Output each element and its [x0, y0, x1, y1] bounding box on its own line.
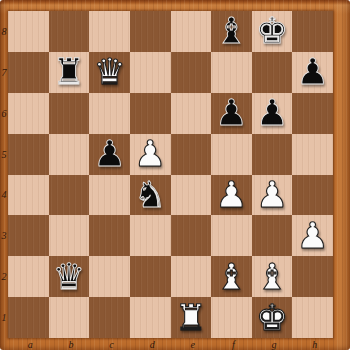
square-f6[interactable]: ♟ [211, 93, 252, 134]
square-f8[interactable]: ♝ [211, 11, 252, 52]
square-h6[interactable] [292, 93, 333, 134]
square-f7[interactable] [211, 52, 252, 93]
square-b3[interactable] [49, 215, 90, 256]
square-g7[interactable] [252, 52, 293, 93]
piece-black-pawn-c5[interactable]: ♟ [93, 136, 125, 172]
square-a2[interactable] [8, 256, 49, 297]
piece-black-pawn-h7[interactable]: ♟ [297, 54, 329, 90]
piece-black-pawn-g6[interactable]: ♟ [256, 95, 288, 131]
square-f2[interactable]: ♝ [211, 256, 252, 297]
piece-white-bishop-g2[interactable]: ♝ [256, 259, 288, 295]
square-c4[interactable] [89, 175, 130, 216]
square-h1[interactable] [292, 297, 333, 338]
square-e6[interactable] [171, 93, 212, 134]
square-c1[interactable] [89, 297, 130, 338]
square-e2[interactable] [171, 256, 212, 297]
piece-black-rook-b7[interactable]: ♜ [53, 54, 85, 90]
rank-label-6: 6 [0, 93, 8, 134]
square-b4[interactable] [49, 175, 90, 216]
square-b8[interactable] [49, 11, 90, 52]
square-g6[interactable]: ♟ [252, 93, 293, 134]
file-label-e: e [173, 338, 214, 350]
square-a1[interactable] [8, 297, 49, 338]
square-b6[interactable] [49, 93, 90, 134]
square-e7[interactable] [171, 52, 212, 93]
file-label-g: g [254, 338, 295, 350]
piece-white-rook-e1[interactable]: ♜ [175, 300, 207, 336]
square-f4[interactable]: ♟ [211, 175, 252, 216]
file-label-c: c [91, 338, 132, 350]
square-c8[interactable] [89, 11, 130, 52]
rank-label-3: 3 [0, 215, 8, 256]
file-label-d: d [132, 338, 173, 350]
square-g8[interactable]: ♚ [252, 11, 293, 52]
square-d1[interactable] [130, 297, 171, 338]
rank-label-7: 7 [0, 52, 8, 93]
square-h2[interactable] [292, 256, 333, 297]
square-c3[interactable] [89, 215, 130, 256]
square-h3[interactable]: ♟ [292, 215, 333, 256]
square-a8[interactable] [8, 11, 49, 52]
square-f3[interactable] [211, 215, 252, 256]
square-e8[interactable] [171, 11, 212, 52]
square-c6[interactable] [89, 93, 130, 134]
file-label-b: b [51, 338, 92, 350]
square-b7[interactable]: ♜ [49, 52, 90, 93]
square-b2[interactable]: ♛ [49, 256, 90, 297]
square-d7[interactable] [130, 52, 171, 93]
square-d6[interactable] [130, 93, 171, 134]
square-a7[interactable] [8, 52, 49, 93]
square-a6[interactable] [8, 93, 49, 134]
square-a3[interactable] [8, 215, 49, 256]
square-f1[interactable] [211, 297, 252, 338]
file-label-f: f [213, 338, 254, 350]
piece-white-pawn-f4[interactable]: ♟ [215, 177, 247, 213]
square-d5[interactable]: ♟ [130, 134, 171, 175]
square-c2[interactable] [89, 256, 130, 297]
square-e1[interactable]: ♜ [171, 297, 212, 338]
piece-white-king-g1[interactable]: ♚ [256, 300, 288, 336]
square-b5[interactable] [49, 134, 90, 175]
square-g1[interactable]: ♚ [252, 297, 293, 338]
piece-black-pawn-f6[interactable]: ♟ [215, 95, 247, 131]
square-h4[interactable] [292, 175, 333, 216]
piece-white-bishop-f2[interactable]: ♝ [215, 259, 247, 295]
piece-white-pawn-h3[interactable]: ♟ [297, 218, 329, 254]
square-h8[interactable] [292, 11, 333, 52]
square-e4[interactable] [171, 175, 212, 216]
square-g5[interactable] [252, 134, 293, 175]
piece-black-king-g8[interactable]: ♚ [256, 13, 288, 49]
square-g4[interactable]: ♟ [252, 175, 293, 216]
rank-label-5: 5 [0, 134, 8, 175]
square-a5[interactable] [8, 134, 49, 175]
chess-app-window: ♝♚♜♛♟♟♟♟♟♞♟♟♟♛♝♝♜♚ 87654321 abcdefgh [0, 0, 350, 350]
square-h5[interactable] [292, 134, 333, 175]
square-g2[interactable]: ♝ [252, 256, 293, 297]
chess-board: ♝♚♜♛♟♟♟♟♟♞♟♟♟♛♝♝♜♚ [8, 11, 333, 338]
piece-white-queen-c7[interactable]: ♛ [93, 54, 125, 90]
square-d8[interactable] [130, 11, 171, 52]
piece-black-knight-d4[interactable]: ♞ [134, 177, 166, 213]
rank-label-1: 1 [0, 297, 8, 338]
square-g3[interactable] [252, 215, 293, 256]
square-d3[interactable] [130, 215, 171, 256]
square-h7[interactable]: ♟ [292, 52, 333, 93]
file-label-h: h [294, 338, 335, 350]
square-e3[interactable] [171, 215, 212, 256]
square-c5[interactable]: ♟ [89, 134, 130, 175]
rank-label-8: 8 [0, 11, 8, 52]
piece-black-bishop-f8[interactable]: ♝ [215, 13, 247, 49]
piece-white-pawn-g4[interactable]: ♟ [256, 177, 288, 213]
square-c7[interactable]: ♛ [89, 52, 130, 93]
piece-white-pawn-d5[interactable]: ♟ [134, 136, 166, 172]
rank-label-2: 2 [0, 256, 8, 297]
square-d4[interactable]: ♞ [130, 175, 171, 216]
square-d2[interactable] [130, 256, 171, 297]
piece-black-queen-b2[interactable]: ♛ [53, 259, 85, 295]
square-e5[interactable] [171, 134, 212, 175]
square-b1[interactable] [49, 297, 90, 338]
rank-label-4: 4 [0, 175, 8, 216]
square-a4[interactable] [8, 175, 49, 216]
square-f5[interactable] [211, 134, 252, 175]
file-label-a: a [10, 338, 51, 350]
